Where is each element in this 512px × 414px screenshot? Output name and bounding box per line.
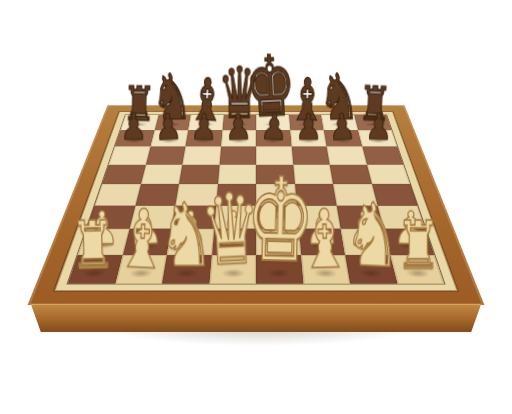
square-b6[interactable] <box>146 147 186 165</box>
square-b5[interactable] <box>141 164 183 184</box>
black-pawn-c7[interactable]: ♟ <box>190 108 218 145</box>
black-pawn-f7[interactable]: ♟ <box>295 109 322 145</box>
board-grid: ♜♞♝♛♚♝♞♜♟♟♟♟♟♟♟♟♟♟♟♟♟♟♟♟♜♝♞♛♚♝♞♜ <box>68 115 444 284</box>
black-pawn-e7[interactable]: ♟ <box>260 108 289 145</box>
black-pawn-a7[interactable]: ♟ <box>120 109 147 145</box>
square-g6[interactable] <box>327 147 367 165</box>
square-h1[interactable]: ♜ <box>390 255 444 284</box>
square-e1[interactable]: ♚ <box>256 255 303 284</box>
chess-set-photo: ♜♞♝♛♚♝♞♜♟♟♟♟♟♟♟♟♟♟♟♟♟♟♟♟♜♝♞♛♚♝♞♜ <box>0 0 512 414</box>
square-d7[interactable]: ♟ <box>221 130 256 146</box>
square-e7[interactable]: ♟ <box>256 130 291 146</box>
chess-board: ♜♞♝♛♚♝♞♜♟♟♟♟♟♟♟♟♟♟♟♟♟♟♟♟♜♝♞♛♚♝♞♜ <box>28 105 485 305</box>
square-g1[interactable]: ♞ <box>345 255 397 284</box>
perspective-scene: ♜♞♝♛♚♝♞♜♟♟♟♟♟♟♟♟♟♟♟♟♟♟♟♟♜♝♞♛♚♝♞♜ <box>0 0 512 414</box>
square-f1[interactable]: ♝ <box>301 255 350 284</box>
square-a5[interactable] <box>102 164 146 184</box>
black-pawn-b7[interactable]: ♟ <box>154 108 183 145</box>
white-rook-h1[interactable]: ♜ <box>395 213 440 279</box>
board-front-edge <box>29 304 483 332</box>
square-c6[interactable] <box>182 147 220 165</box>
black-pawn-d7[interactable]: ♟ <box>224 108 252 145</box>
square-c7[interactable]: ♟ <box>185 130 222 146</box>
square-g5[interactable] <box>330 164 372 184</box>
black-pawn-h7[interactable]: ♟ <box>365 108 393 145</box>
square-f7[interactable]: ♟ <box>290 130 327 146</box>
square-h5[interactable] <box>366 164 410 184</box>
square-a6[interactable] <box>109 147 150 165</box>
white-rook-a1[interactable]: ♜ <box>70 213 117 280</box>
black-pawn-g7[interactable]: ♟ <box>328 108 357 145</box>
square-h6[interactable] <box>362 147 403 165</box>
